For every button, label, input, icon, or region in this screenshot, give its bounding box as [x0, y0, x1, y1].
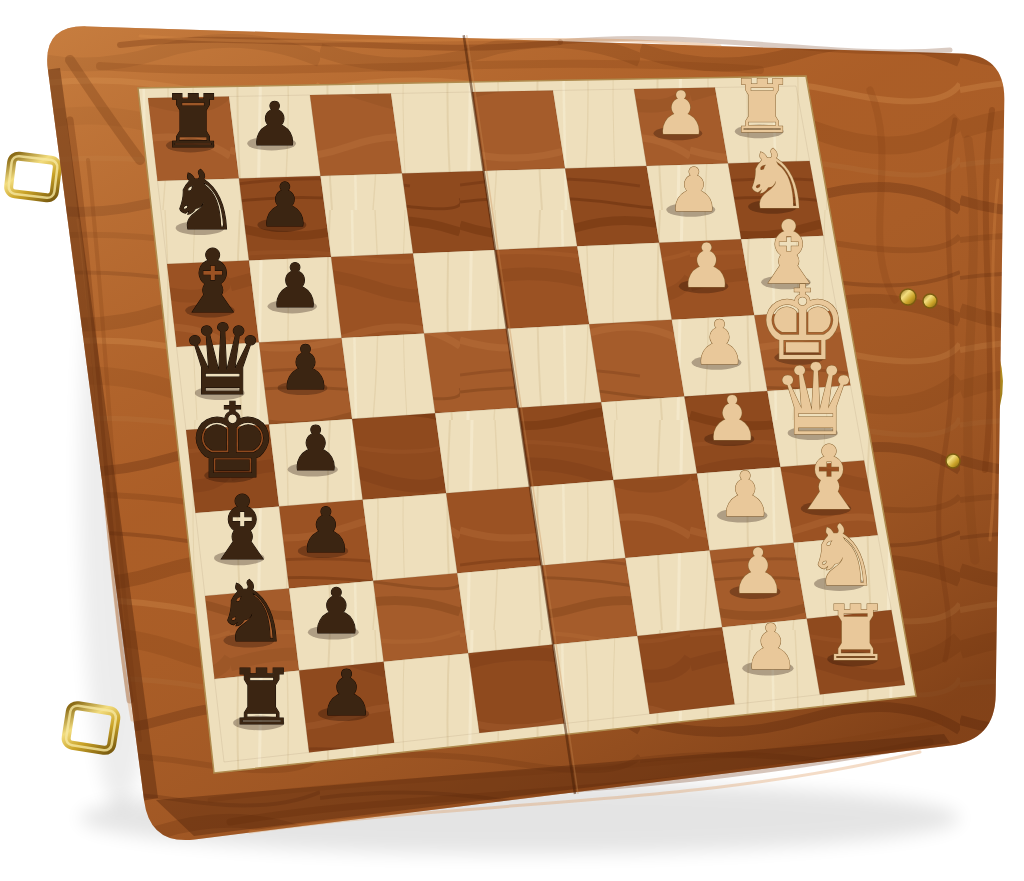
square-r7c6[interactable] [626, 550, 723, 636]
square-r8c3[interactable] [384, 653, 480, 743]
square-r5c6[interactable] [601, 397, 697, 481]
piece-black-pawn[interactable]: ♟ [318, 656, 375, 730]
piece-black-pawn[interactable]: ♟ [248, 89, 302, 159]
square-tint-r7c3 [373, 573, 468, 662]
square-tint-r8c6 [638, 627, 735, 714]
square-r2c5[interactable] [484, 168, 578, 250]
square-r1c4[interactable] [391, 92, 484, 174]
square-tint-r7c5 [541, 558, 637, 645]
square-r8c5[interactable] [553, 636, 650, 724]
square-r2c3[interactable] [321, 174, 414, 257]
square-tint-r8c4 [468, 645, 564, 734]
piece-white-pawn[interactable]: ♟ [705, 383, 760, 455]
square-r6c6[interactable] [613, 474, 709, 559]
square-tint-r4c4 [424, 329, 518, 414]
piece-black-pawn[interactable]: ♟ [308, 575, 364, 648]
square-r6c5[interactable] [530, 480, 626, 565]
piece-black-pawn[interactable]: ♟ [258, 170, 312, 240]
piece-black-pawn[interactable]: ♟ [268, 250, 323, 321]
photo-of-folding-chess-set: ♜♟♟♜♞♟♟♞♝♟♟♝♛♟♟♚♚♟♟♛♝♟♟♝♞♟♟♞♜♟♟♜ [0, 0, 1024, 881]
square-tint-r2c6 [565, 166, 659, 246]
chess-board-scene: ♜♟♟♜♞♟♟♞♝♟♟♝♛♟♟♚♚♟♟♛♝♟♟♝♞♟♟♞♜♟♟♜ [0, 0, 1024, 881]
piece-white-rook[interactable]: ♜ [821, 589, 890, 678]
piece-white-pawn[interactable]: ♟ [730, 535, 786, 608]
piece-black-rook[interactable]: ♜ [227, 653, 296, 742]
square-r3c4[interactable] [413, 250, 507, 334]
piece-black-pawn[interactable]: ♟ [288, 413, 343, 485]
square-tint-r1c3 [310, 94, 402, 177]
piece-black-pawn[interactable]: ♟ [298, 494, 354, 567]
piece-white-pawn[interactable]: ♟ [717, 458, 773, 531]
piece-black-pawn[interactable]: ♟ [278, 332, 333, 403]
square-r1c6[interactable] [553, 89, 647, 168]
square-tint-r1c5 [472, 91, 565, 171]
square-r5c4[interactable] [435, 408, 530, 494]
square-r3c5[interactable] [495, 246, 589, 328]
piece-white-pawn[interactable]: ♟ [692, 307, 747, 378]
piece-white-pawn[interactable]: ♟ [667, 155, 721, 225]
square-r3c6[interactable] [577, 243, 672, 324]
piece-black-rook[interactable]: ♜ [161, 79, 227, 164]
hinge-top [8, 155, 58, 198]
square-r6c3[interactable] [363, 493, 458, 581]
square-tint-r2c4 [402, 171, 495, 254]
square-r4c5[interactable] [507, 324, 602, 408]
piece-white-pawn[interactable]: ♟ [679, 230, 734, 301]
piece-white-pawn[interactable]: ♟ [743, 610, 800, 684]
square-tint-r5c5 [518, 402, 613, 487]
square-r4c3[interactable] [342, 333, 436, 419]
square-tint-r4c6 [589, 320, 684, 403]
square-r3c3[interactable] [331, 253, 424, 338]
square-r7c4[interactable] [457, 566, 553, 654]
piece-white-pawn[interactable]: ♟ [654, 78, 708, 148]
square-tint-r5c3 [352, 413, 446, 500]
piece-black-knight[interactable]: ♞ [214, 562, 290, 661]
square-r6c4[interactable] [446, 487, 541, 574]
